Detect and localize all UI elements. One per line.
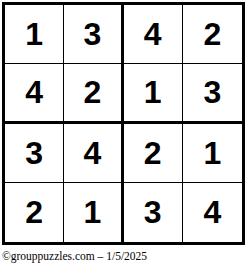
cell-r4c1: 2 — [5, 183, 64, 242]
cell-r1c1: 1 — [5, 5, 64, 64]
copyright-credit: ©grouppuzzles.com – 1/5/2025 — [2, 250, 147, 262]
cell-r3c3: 2 — [124, 124, 183, 183]
cell-r4c3: 3 — [124, 183, 183, 242]
cell-r1c4: 2 — [183, 5, 242, 64]
cell-r3c4: 1 — [183, 124, 242, 183]
cell-r2c1: 4 — [5, 64, 64, 123]
cell-r3c1: 3 — [5, 124, 64, 183]
cell-r1c2: 3 — [64, 5, 123, 64]
cell-r2c2: 2 — [64, 64, 123, 123]
cell-r2c4: 3 — [183, 64, 242, 123]
sudoku-board: 1342421334212134 — [2, 2, 245, 245]
cell-r4c4: 4 — [183, 183, 242, 242]
cell-r4c2: 1 — [64, 183, 123, 242]
cell-r1c3: 4 — [124, 5, 183, 64]
cell-r3c2: 4 — [64, 124, 123, 183]
cell-r2c3: 1 — [124, 64, 183, 123]
